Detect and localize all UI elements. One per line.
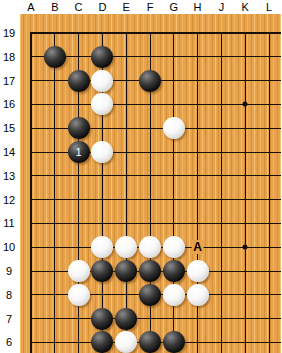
white-stone-D17[interactable] [91, 70, 113, 92]
black-stone-C14[interactable]: 1 [68, 141, 90, 163]
black-stone-E9[interactable] [115, 260, 137, 282]
black-stone-C17[interactable] [68, 70, 90, 92]
white-stone-C8[interactable] [68, 284, 90, 306]
white-stone-G10[interactable] [163, 236, 185, 258]
black-stone-G9[interactable] [163, 260, 185, 282]
col-label-E: E [123, 0, 130, 14]
go-board[interactable]: 1A [20, 14, 281, 353]
col-label-J: J [219, 0, 225, 14]
black-stone-C15[interactable] [68, 117, 90, 139]
black-stone-F9[interactable] [139, 260, 161, 282]
column-coordinate-labels: ABCDEFGHJKL [0, 0, 281, 14]
black-stone-F6[interactable] [139, 331, 161, 353]
col-label-G: G [170, 0, 179, 14]
col-label-D: D [98, 0, 106, 14]
col-label-H: H [194, 0, 202, 14]
black-stone-D6[interactable] [91, 331, 113, 353]
star-point-K10 [243, 245, 248, 250]
row-label-6: 6 [0, 336, 18, 348]
row-label-11: 11 [0, 217, 18, 229]
point-label-A-H10[interactable]: A [191, 240, 204, 254]
white-stone-D10[interactable] [91, 236, 113, 258]
white-stone-D14[interactable] [91, 141, 113, 163]
stone-marker-1-C14: 1 [76, 147, 82, 158]
row-label-10: 10 [0, 241, 18, 253]
row-label-8: 8 [0, 289, 18, 301]
grid-line-row-19 [30, 32, 282, 34]
grid-line-row-13 [30, 175, 282, 176]
row-label-16: 16 [0, 98, 18, 110]
go-diagram-screenshot: 1A ABCDEFGHJKL 191817161514131211109876 [0, 0, 281, 353]
grid-line-row-18 [30, 56, 282, 57]
star-point-K16 [243, 102, 248, 107]
white-stone-E10[interactable] [115, 236, 137, 258]
row-label-15: 15 [0, 122, 18, 134]
black-stone-F17[interactable] [139, 70, 161, 92]
col-label-K: K [242, 0, 249, 14]
white-stone-C9[interactable] [68, 260, 90, 282]
white-stone-G8[interactable] [163, 284, 185, 306]
col-label-L: L [266, 0, 272, 14]
row-label-13: 13 [0, 170, 18, 182]
col-label-B: B [51, 0, 58, 14]
white-stone-H9[interactable] [187, 260, 209, 282]
white-stone-H8[interactable] [187, 284, 209, 306]
grid-line-row-11 [30, 223, 282, 224]
grid-line-row-12 [30, 199, 282, 200]
row-coordinate-labels: 191817161514131211109876 [0, 0, 20, 353]
col-label-F: F [147, 0, 154, 14]
white-stone-G15[interactable] [163, 117, 185, 139]
black-stone-D18[interactable] [91, 46, 113, 68]
black-stone-D9[interactable] [91, 260, 113, 282]
black-stone-G6[interactable] [163, 331, 185, 353]
col-label-C: C [75, 0, 83, 14]
white-stone-D16[interactable] [91, 93, 113, 115]
row-label-18: 18 [0, 51, 18, 63]
row-label-19: 19 [0, 27, 18, 39]
row-label-7: 7 [0, 313, 18, 325]
black-stone-B18[interactable] [44, 46, 66, 68]
black-stone-D7[interactable] [91, 308, 113, 330]
white-stone-F10[interactable] [139, 236, 161, 258]
grid-line-row-7 [30, 318, 282, 319]
black-stone-E7[interactable] [115, 308, 137, 330]
col-label-A: A [27, 0, 34, 14]
row-label-9: 9 [0, 265, 18, 277]
white-stone-E6[interactable] [115, 331, 137, 353]
row-label-12: 12 [0, 194, 18, 206]
row-label-17: 17 [0, 75, 18, 87]
black-stone-F8[interactable] [139, 284, 161, 306]
row-label-14: 14 [0, 146, 18, 158]
